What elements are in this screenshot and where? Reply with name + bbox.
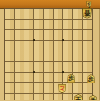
king-glyph: 玉 xyxy=(75,97,82,100)
pawn-glyph: 歩 xyxy=(68,76,74,82)
lance-glyph: 香 xyxy=(90,98,96,101)
lance-glyph: 香 xyxy=(84,9,91,16)
pawn-glyph: 歩 xyxy=(88,77,94,83)
piece-lance-1-1[interactable]: 香 xyxy=(82,8,92,19)
piece-king-2-9[interactable]: 玉 xyxy=(73,94,83,100)
piece-face: 玉 xyxy=(74,95,83,100)
piece-pawn-3-7[interactable]: 歩 xyxy=(67,74,75,83)
piece-face: 香 xyxy=(89,96,97,100)
shogi-app-screenshot: { "game": "shogi", "view": "gote hand tr… xyxy=(0,0,100,100)
piece-lance-1-9[interactable]: 香 xyxy=(89,95,98,100)
gote-hand-pawn-count: 1 xyxy=(88,5,90,8)
tokin-glyph: と xyxy=(59,85,65,91)
piece-pawn-1-7[interactable]: 歩 xyxy=(87,74,95,83)
window-edge-line xyxy=(99,9,100,101)
piece-tokin-4-8[interactable]: と xyxy=(58,84,66,93)
piece-layer: 香歩歩と玉香歩 xyxy=(0,0,100,100)
